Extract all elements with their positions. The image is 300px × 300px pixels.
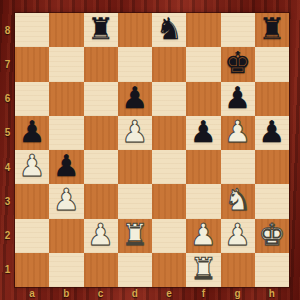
square-d2[interactable]: ♜ xyxy=(118,219,152,253)
square-e6[interactable] xyxy=(152,82,186,116)
rank-label-1: 1 xyxy=(0,253,15,287)
square-a3[interactable] xyxy=(15,184,49,218)
square-c3[interactable] xyxy=(84,184,118,218)
square-a5[interactable]: ♟ xyxy=(15,116,49,150)
white-pawn[interactable]: ♟ xyxy=(190,218,217,252)
rank-label-2: 2 xyxy=(0,219,15,253)
square-b8[interactable] xyxy=(49,13,83,47)
square-d7[interactable] xyxy=(118,47,152,81)
square-f7[interactable] xyxy=(186,47,220,81)
square-g4[interactable] xyxy=(221,150,255,184)
square-b7[interactable] xyxy=(49,47,83,81)
square-h4[interactable] xyxy=(255,150,289,184)
square-h7[interactable] xyxy=(255,47,289,81)
white-knight[interactable]: ♞ xyxy=(224,183,251,217)
black-king[interactable]: ♚ xyxy=(224,46,251,80)
square-c2[interactable]: ♟ xyxy=(84,219,118,253)
square-g6[interactable]: ♟ xyxy=(221,82,255,116)
square-d8[interactable] xyxy=(118,13,152,47)
square-c1[interactable] xyxy=(84,253,118,287)
square-g1[interactable] xyxy=(221,253,255,287)
rank-label-3: 3 xyxy=(0,184,15,218)
square-f4[interactable] xyxy=(186,150,220,184)
white-pawn[interactable]: ♟ xyxy=(121,115,148,149)
square-d6[interactable]: ♟ xyxy=(118,82,152,116)
black-pawn[interactable]: ♟ xyxy=(224,81,251,115)
square-b4[interactable]: ♟ xyxy=(49,150,83,184)
square-a1[interactable] xyxy=(15,253,49,287)
black-pawn[interactable]: ♟ xyxy=(258,115,285,149)
square-h6[interactable] xyxy=(255,82,289,116)
black-rook[interactable]: ♜ xyxy=(258,12,285,46)
file-label-h: h xyxy=(255,287,289,300)
black-pawn[interactable]: ♟ xyxy=(53,149,80,183)
rank-label-8: 8 xyxy=(0,13,15,47)
rank-label-5: 5 xyxy=(0,116,15,150)
black-knight[interactable]: ♞ xyxy=(156,12,183,46)
square-b2[interactable] xyxy=(49,219,83,253)
white-rook[interactable]: ♜ xyxy=(190,252,217,286)
square-h5[interactable]: ♟ xyxy=(255,116,289,150)
square-g3[interactable]: ♞ xyxy=(221,184,255,218)
square-c4[interactable] xyxy=(84,150,118,184)
rank-label-4: 4 xyxy=(0,150,15,184)
white-pawn[interactable]: ♟ xyxy=(87,218,114,252)
black-pawn[interactable]: ♟ xyxy=(19,115,46,149)
square-f8[interactable] xyxy=(186,13,220,47)
square-b1[interactable] xyxy=(49,253,83,287)
square-h1[interactable] xyxy=(255,253,289,287)
square-a6[interactable] xyxy=(15,82,49,116)
file-label-g: g xyxy=(221,287,255,300)
file-labels: abcdefgh xyxy=(15,287,289,300)
square-e7[interactable] xyxy=(152,47,186,81)
square-g2[interactable]: ♟ xyxy=(221,219,255,253)
square-f1[interactable]: ♜ xyxy=(186,253,220,287)
square-e3[interactable] xyxy=(152,184,186,218)
square-h2[interactable]: ♚ xyxy=(255,219,289,253)
white-rook[interactable]: ♜ xyxy=(121,218,148,252)
square-a4[interactable]: ♟ xyxy=(15,150,49,184)
white-king[interactable]: ♚ xyxy=(258,218,285,252)
square-f2[interactable]: ♟ xyxy=(186,219,220,253)
square-b5[interactable] xyxy=(49,116,83,150)
square-e8[interactable]: ♞ xyxy=(152,13,186,47)
square-a2[interactable] xyxy=(15,219,49,253)
square-e1[interactable] xyxy=(152,253,186,287)
square-d5[interactable]: ♟ xyxy=(118,116,152,150)
square-d3[interactable] xyxy=(118,184,152,218)
square-d1[interactable] xyxy=(118,253,152,287)
square-a8[interactable] xyxy=(15,13,49,47)
file-label-b: b xyxy=(49,287,83,300)
square-c5[interactable] xyxy=(84,116,118,150)
rank-label-6: 6 xyxy=(0,82,15,116)
white-pawn[interactable]: ♟ xyxy=(224,218,251,252)
square-g7[interactable]: ♚ xyxy=(221,47,255,81)
square-g8[interactable] xyxy=(221,13,255,47)
black-pawn[interactable]: ♟ xyxy=(121,81,148,115)
square-f6[interactable] xyxy=(186,82,220,116)
rank-labels: 87654321 xyxy=(0,13,15,287)
chessboard-widget: 87654321 abcdefgh ♜♞♜♚♟♟♟♟♟♟♟♟♟♟♞♟♜♟♟♚♜ xyxy=(0,0,300,300)
file-label-c: c xyxy=(84,287,118,300)
square-c8[interactable]: ♜ xyxy=(84,13,118,47)
square-b3[interactable]: ♟ xyxy=(49,184,83,218)
square-f5[interactable]: ♟ xyxy=(186,116,220,150)
file-label-f: f xyxy=(186,287,220,300)
square-b6[interactable] xyxy=(49,82,83,116)
file-label-e: e xyxy=(152,287,186,300)
black-pawn[interactable]: ♟ xyxy=(190,115,217,149)
white-pawn[interactable]: ♟ xyxy=(224,115,251,149)
square-e4[interactable] xyxy=(152,150,186,184)
square-a7[interactable] xyxy=(15,47,49,81)
black-rook[interactable]: ♜ xyxy=(87,12,114,46)
white-pawn[interactable]: ♟ xyxy=(53,183,80,217)
square-g5[interactable]: ♟ xyxy=(221,116,255,150)
file-label-d: d xyxy=(118,287,152,300)
file-label-a: a xyxy=(15,287,49,300)
square-h8[interactable]: ♜ xyxy=(255,13,289,47)
square-e2[interactable] xyxy=(152,219,186,253)
rank-label-7: 7 xyxy=(0,47,15,81)
chess-board: ♜♞♜♚♟♟♟♟♟♟♟♟♟♟♞♟♜♟♟♚♜ xyxy=(15,13,289,287)
square-c6[interactable] xyxy=(84,82,118,116)
square-f3[interactable] xyxy=(186,184,220,218)
square-d4[interactable] xyxy=(118,150,152,184)
square-e5[interactable] xyxy=(152,116,186,150)
square-h3[interactable] xyxy=(255,184,289,218)
white-pawn[interactable]: ♟ xyxy=(19,149,46,183)
square-c7[interactable] xyxy=(84,47,118,81)
